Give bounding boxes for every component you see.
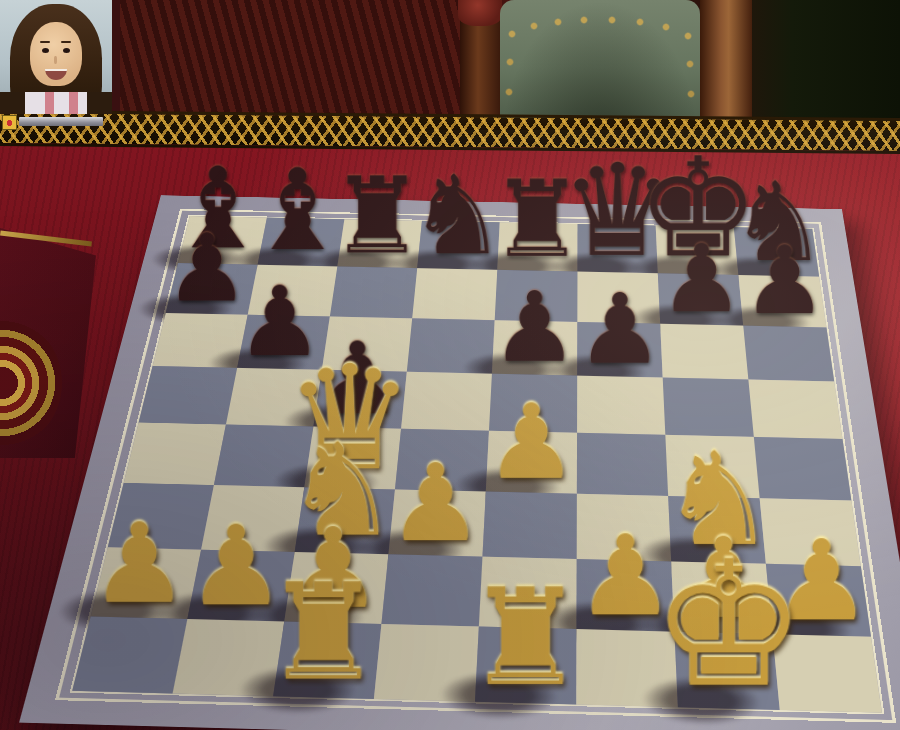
- board-margin: ♝♝♜♞♜♛♚♞♟♟♟♟♟♟♟♛♟♞♟♞♟♟♟♟♟♟♜♜♚: [19, 195, 900, 730]
- square-c7[interactable]: [330, 266, 417, 318]
- square-c1[interactable]: ♜: [273, 622, 381, 699]
- portrait-brow: [61, 41, 71, 43]
- square-a2[interactable]: ♟: [91, 547, 201, 619]
- board-border: ♝♝♜♞♜♛♚♞♟♟♟♟♟♟♟♛♟♞♟♞♟♟♟♟♟♟♜♜♚: [55, 209, 896, 723]
- portrait-nose: [54, 56, 57, 64]
- chair-right-post: [700, 0, 752, 124]
- square-d3[interactable]: ♟: [388, 489, 485, 556]
- square-e4[interactable]: ♟: [486, 431, 577, 494]
- piece-black-pawn-e6[interactable]: ♟: [491, 281, 578, 373]
- webcam-toolbar: [0, 114, 130, 129]
- chess-board-3d: ♝♝♜♞♜♛♚♞♟♟♟♟♟♟♟♛♟♞♟♞♟♟♟♟♟♟♜♜♚: [19, 195, 900, 730]
- chair-studded-backrest: [500, 0, 700, 124]
- square-d8[interactable]: ♞: [417, 221, 499, 270]
- square-a4[interactable]: [124, 423, 226, 486]
- portrait-eye: [63, 48, 70, 53]
- square-d1[interactable]: [374, 624, 479, 702]
- square-g6[interactable]: [660, 324, 748, 380]
- app-icon[interactable]: [2, 115, 17, 130]
- game-scene: ♝♝♜♞♜♛♚♞♟♟♟♟♟♟♟♛♟♞♟♞♟♟♟♟♟♟♜♜♚: [0, 0, 900, 730]
- toolbar-bar[interactable]: [19, 117, 103, 126]
- square-g7[interactable]: ♟: [658, 273, 743, 325]
- portrait-eye: [42, 48, 49, 53]
- portrait-brow: [40, 41, 50, 43]
- piece-black-pawn-h7[interactable]: ♟: [742, 236, 826, 325]
- square-e6[interactable]: ♟: [492, 320, 577, 375]
- chair-left-knob: [458, 0, 502, 26]
- piece-white-rook-e1[interactable]: ♜: [466, 575, 586, 702]
- square-f5[interactable]: [577, 376, 665, 435]
- piece-black-pawn-f6[interactable]: ♟: [576, 283, 663, 375]
- chair: [452, 0, 762, 124]
- square-f6[interactable]: ♟: [577, 322, 662, 378]
- piece-white-rook-c1[interactable]: ♜: [264, 569, 383, 695]
- square-e1[interactable]: ♜: [475, 627, 577, 705]
- square-a6[interactable]: [153, 313, 248, 368]
- square-g1[interactable]: ♚: [674, 632, 779, 710]
- square-d7[interactable]: [412, 268, 497, 320]
- portrait-shoulders: [0, 92, 112, 114]
- piece-white-king-g1[interactable]: ♚: [651, 542, 806, 706]
- piece-white-pawn-a2[interactable]: ♟: [90, 511, 189, 616]
- square-e3[interactable]: [482, 492, 576, 559]
- square-h7[interactable]: ♟: [738, 275, 826, 327]
- square-a5[interactable]: [139, 366, 238, 425]
- shadowed-table-area: [120, 0, 480, 118]
- piece-white-pawn-d3[interactable]: ♟: [388, 452, 484, 554]
- tablecloth-braided-trim: [0, 110, 900, 154]
- square-h6[interactable]: [743, 326, 834, 382]
- square-d6[interactable]: [407, 318, 495, 373]
- square-d5[interactable]: [401, 372, 492, 431]
- piece-white-pawn-e4[interactable]: ♟: [485, 393, 578, 491]
- piece-black-pawn-g7[interactable]: ♟: [659, 234, 743, 323]
- board-grid: ♝♝♜♞♜♛♚♞♟♟♟♟♟♟♟♛♟♞♟♞♟♟♟♟♟♟♜♜♚: [70, 215, 885, 715]
- square-a1[interactable]: [72, 617, 187, 694]
- square-f4[interactable]: [577, 433, 668, 496]
- player-webcam-portrait: [0, 0, 112, 114]
